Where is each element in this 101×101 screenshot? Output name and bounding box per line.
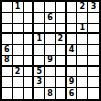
sudoku-board: 12361126489253986 (0, 0, 101, 101)
cell-r3c9[interactable] (88, 24, 99, 35)
cell-r5c3[interactable] (24, 45, 35, 56)
cell-r9c6[interactable] (56, 88, 67, 99)
cell-r1c9[interactable]: 3 (88, 2, 99, 13)
cell-r2c3[interactable] (24, 13, 35, 24)
cell-r1c2[interactable]: 1 (13, 2, 24, 13)
cell-r5c1[interactable]: 6 (2, 45, 13, 56)
cell-r3c6[interactable] (56, 24, 67, 35)
cell-r6c3[interactable] (24, 56, 35, 67)
cell-r5c9[interactable] (88, 45, 99, 56)
cell-r8c6[interactable] (56, 77, 67, 88)
cell-r4c6[interactable]: 2 (56, 34, 67, 45)
cell-r8c9[interactable] (88, 77, 99, 88)
cell-r4c8[interactable] (77, 34, 88, 45)
cell-r2c9[interactable] (88, 13, 99, 24)
cell-r9c3[interactable] (24, 88, 35, 99)
cell-r5c4[interactable] (34, 45, 45, 56)
cell-r4c1[interactable] (2, 34, 13, 45)
cell-r1c4[interactable] (34, 2, 45, 13)
cell-r3c1[interactable] (2, 24, 13, 35)
cell-r1c3[interactable] (24, 2, 35, 13)
cell-r6c8[interactable] (77, 56, 88, 67)
cell-r1c1[interactable] (2, 2, 13, 13)
cell-r4c2[interactable] (13, 34, 24, 45)
cell-r9c8[interactable] (77, 88, 88, 99)
cell-r8c3[interactable] (24, 77, 35, 88)
cell-r5c8[interactable] (77, 45, 88, 56)
cell-r6c6[interactable] (56, 56, 67, 67)
cell-r6c9[interactable] (88, 56, 99, 67)
cell-r7c8[interactable] (77, 67, 88, 78)
cell-r3c3[interactable] (24, 24, 35, 35)
cell-r1c5[interactable] (45, 2, 56, 13)
cell-r6c1[interactable]: 8 (2, 56, 13, 67)
cell-r8c2[interactable] (13, 77, 24, 88)
cell-r9c7[interactable]: 6 (67, 88, 78, 99)
cell-r9c4[interactable] (34, 88, 45, 99)
cell-r7c4[interactable]: 5 (34, 67, 45, 78)
cell-r3c5[interactable] (45, 24, 56, 35)
cell-r8c1[interactable] (2, 77, 13, 88)
cell-r6c5[interactable]: 9 (45, 56, 56, 67)
cell-r8c8[interactable] (77, 77, 88, 88)
cell-r5c2[interactable] (13, 45, 24, 56)
cell-r6c7[interactable] (67, 56, 78, 67)
cell-r8c4[interactable]: 3 (34, 77, 45, 88)
cell-r7c6[interactable] (56, 67, 67, 78)
cell-r9c2[interactable] (13, 88, 24, 99)
cell-r7c3[interactable] (24, 67, 35, 78)
cell-r3c8[interactable]: 1 (77, 24, 88, 35)
cell-r3c7[interactable] (67, 24, 78, 35)
cell-r2c7[interactable] (67, 13, 78, 24)
cell-r7c7[interactable] (67, 67, 78, 78)
cell-r3c2[interactable] (13, 24, 24, 35)
cell-r6c2[interactable] (13, 56, 24, 67)
cell-r2c8[interactable] (77, 13, 88, 24)
cell-r4c5[interactable] (45, 34, 56, 45)
cell-r2c4[interactable] (34, 13, 45, 24)
cell-r7c2[interactable]: 2 (13, 67, 24, 78)
cell-r1c7[interactable] (67, 2, 78, 13)
cell-r2c2[interactable] (13, 13, 24, 24)
cell-r4c4[interactable]: 1 (34, 34, 45, 45)
cell-r2c5[interactable]: 6 (45, 13, 56, 24)
cell-r8c7[interactable]: 9 (67, 77, 78, 88)
cell-r5c7[interactable]: 4 (67, 45, 78, 56)
cell-r9c1[interactable] (2, 88, 13, 99)
cell-r7c9[interactable] (88, 67, 99, 78)
cell-r5c6[interactable] (56, 45, 67, 56)
cell-r4c7[interactable] (67, 34, 78, 45)
cell-r3c4[interactable] (34, 24, 45, 35)
cell-r2c1[interactable] (2, 13, 13, 24)
cell-r4c9[interactable] (88, 34, 99, 45)
cell-r1c8[interactable]: 2 (77, 2, 88, 13)
cell-r9c5[interactable]: 8 (45, 88, 56, 99)
cell-r4c3[interactable] (24, 34, 35, 45)
cell-r7c5[interactable] (45, 67, 56, 78)
cell-r5c5[interactable] (45, 45, 56, 56)
cell-r6c4[interactable] (34, 56, 45, 67)
cell-r9c9[interactable] (88, 88, 99, 99)
cell-r1c6[interactable] (56, 2, 67, 13)
cell-r7c1[interactable] (2, 67, 13, 78)
cell-r8c5[interactable] (45, 77, 56, 88)
cell-r2c6[interactable] (56, 13, 67, 24)
